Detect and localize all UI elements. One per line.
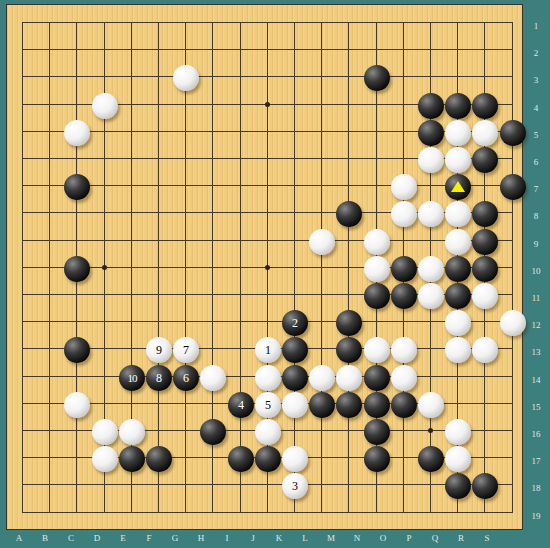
- stone-white-P11[interactable]: [418, 283, 444, 309]
- stone-black-O10[interactable]: [391, 256, 417, 282]
- go-diagram-page: 29711086453ABCDEFGHIJKLMNOPQRS1234567891…: [0, 0, 550, 548]
- stone-black-N11[interactable]: [364, 283, 390, 309]
- stone-black-L15[interactable]: [309, 392, 335, 418]
- col-label-S: S: [479, 533, 495, 543]
- stone-white-K18[interactable]: 3: [282, 473, 308, 499]
- move-number: 3: [292, 480, 298, 492]
- stone-white-H14[interactable]: [200, 365, 226, 391]
- col-label-I: I: [219, 533, 235, 543]
- col-label-K: K: [271, 533, 287, 543]
- col-label-Q: Q: [427, 533, 443, 543]
- stone-white-R11[interactable]: [472, 283, 498, 309]
- row-label-10: 10: [525, 266, 547, 276]
- star-point: [265, 102, 270, 107]
- stone-black-Q4[interactable]: [445, 93, 471, 119]
- stone-black-R6[interactable]: [472, 147, 498, 173]
- stone-white-D4[interactable]: [92, 93, 118, 119]
- stone-white-C5[interactable]: [64, 120, 90, 146]
- stone-black-I17[interactable]: [228, 446, 254, 472]
- stone-black-K13[interactable]: [282, 337, 308, 363]
- stone-black-H16[interactable]: [200, 419, 226, 445]
- stone-black-N16[interactable]: [364, 419, 390, 445]
- grid-line-v: [321, 22, 322, 513]
- row-label-11: 11: [525, 293, 547, 303]
- row-label-18: 18: [525, 483, 547, 493]
- col-label-G: G: [167, 533, 183, 543]
- stone-white-Q5[interactable]: [445, 120, 471, 146]
- col-label-C: C: [63, 533, 79, 543]
- stone-black-N17[interactable]: [364, 446, 390, 472]
- stone-white-Q6[interactable]: [445, 147, 471, 173]
- move-number: 7: [183, 344, 189, 356]
- stone-white-Q9[interactable]: [445, 229, 471, 255]
- grid-line-h: [22, 512, 513, 513]
- move-number: 1: [265, 344, 271, 356]
- stone-white-O7[interactable]: [391, 174, 417, 200]
- col-label-H: H: [193, 533, 209, 543]
- grid-line-v: [348, 22, 349, 513]
- row-label-19: 19: [525, 511, 547, 521]
- stone-white-Q16[interactable]: [445, 419, 471, 445]
- stone-black-R9[interactable]: [472, 229, 498, 255]
- row-label-15: 15: [525, 402, 547, 412]
- stone-white-Q12[interactable]: [445, 310, 471, 336]
- stone-white-J16[interactable]: [255, 419, 281, 445]
- stone-black-Q11[interactable]: [445, 283, 471, 309]
- stone-black-Q10[interactable]: [445, 256, 471, 282]
- col-label-O: O: [375, 533, 391, 543]
- stone-white-M14[interactable]: [336, 365, 362, 391]
- move-number: 9: [156, 344, 162, 356]
- move-number: 5: [265, 399, 271, 411]
- grid-line-v: [294, 22, 295, 513]
- row-label-5: 5: [525, 130, 547, 140]
- stone-black-F14[interactable]: 8: [146, 365, 172, 391]
- row-label-1: 1: [525, 21, 547, 31]
- row-label-7: 7: [525, 184, 547, 194]
- col-label-F: F: [141, 533, 157, 543]
- stone-black-R8[interactable]: [472, 201, 498, 227]
- star-point: [102, 265, 107, 270]
- triangle-marker-icon: [451, 181, 465, 192]
- stone-white-S12[interactable]: [500, 310, 526, 336]
- row-label-12: 12: [525, 320, 547, 330]
- stone-black-G14[interactable]: 6: [173, 365, 199, 391]
- stone-black-E14[interactable]: 10: [119, 365, 145, 391]
- stone-white-D17[interactable]: [92, 446, 118, 472]
- stone-white-G3[interactable]: [173, 65, 199, 91]
- stone-white-N10[interactable]: [364, 256, 390, 282]
- move-number: 8: [156, 372, 162, 384]
- stone-black-C13[interactable]: [64, 337, 90, 363]
- col-label-L: L: [297, 533, 313, 543]
- stone-white-G13[interactable]: 7: [173, 337, 199, 363]
- stone-white-P10[interactable]: [418, 256, 444, 282]
- stone-white-J15[interactable]: 5: [255, 392, 281, 418]
- stone-white-O13[interactable]: [391, 337, 417, 363]
- col-label-E: E: [115, 533, 131, 543]
- stone-white-D16[interactable]: [92, 419, 118, 445]
- stone-black-N15[interactable]: [364, 392, 390, 418]
- col-label-A: A: [11, 533, 27, 543]
- stone-black-O15[interactable]: [391, 392, 417, 418]
- stone-black-Q7[interactable]: [445, 174, 471, 200]
- stone-black-S5[interactable]: [500, 120, 526, 146]
- stone-black-J17[interactable]: [255, 446, 281, 472]
- move-number: 2: [292, 317, 298, 329]
- stone-white-R13[interactable]: [472, 337, 498, 363]
- stone-black-S7[interactable]: [500, 174, 526, 200]
- col-label-N: N: [349, 533, 365, 543]
- grid-line-v: [512, 22, 513, 513]
- stone-black-M12[interactable]: [336, 310, 362, 336]
- stone-black-E17[interactable]: [119, 446, 145, 472]
- stone-black-K12[interactable]: 2: [282, 310, 308, 336]
- row-label-8: 8: [525, 211, 547, 221]
- col-label-M: M: [323, 533, 339, 543]
- stone-white-L9[interactable]: [309, 229, 335, 255]
- row-label-17: 17: [525, 456, 547, 466]
- stone-black-O11[interactable]: [391, 283, 417, 309]
- stone-white-R5[interactable]: [472, 120, 498, 146]
- stone-black-P4[interactable]: [418, 93, 444, 119]
- move-number: 6: [183, 372, 189, 384]
- stone-white-L14[interactable]: [309, 365, 335, 391]
- row-label-6: 6: [525, 157, 547, 167]
- stone-black-Q18[interactable]: [445, 473, 471, 499]
- stone-black-N3[interactable]: [364, 65, 390, 91]
- stone-white-P15[interactable]: [418, 392, 444, 418]
- col-label-R: R: [453, 533, 469, 543]
- stone-white-K15[interactable]: [282, 392, 308, 418]
- stone-black-F17[interactable]: [146, 446, 172, 472]
- stone-white-K17[interactable]: [282, 446, 308, 472]
- col-label-P: P: [401, 533, 417, 543]
- row-label-13: 13: [525, 347, 547, 357]
- stone-black-R18[interactable]: [472, 473, 498, 499]
- stone-white-Q13[interactable]: [445, 337, 471, 363]
- stone-white-Q8[interactable]: [445, 201, 471, 227]
- stone-white-N13[interactable]: [364, 337, 390, 363]
- star-point: [265, 265, 270, 270]
- move-number: 10: [128, 373, 137, 384]
- row-label-2: 2: [525, 48, 547, 58]
- row-label-14: 14: [525, 375, 547, 385]
- stone-black-P5[interactable]: [418, 120, 444, 146]
- row-label-3: 3: [525, 75, 547, 85]
- stone-white-J13[interactable]: 1: [255, 337, 281, 363]
- stone-white-E16[interactable]: [119, 419, 145, 445]
- stone-white-O14[interactable]: [391, 365, 417, 391]
- stone-white-P6[interactable]: [418, 147, 444, 173]
- stone-black-N14[interactable]: [364, 365, 390, 391]
- star-point: [428, 428, 433, 433]
- stone-black-M8[interactable]: [336, 201, 362, 227]
- stone-black-I15[interactable]: 4: [228, 392, 254, 418]
- move-number: 4: [238, 399, 244, 411]
- stone-white-C15[interactable]: [64, 392, 90, 418]
- stone-white-J14[interactable]: [255, 365, 281, 391]
- row-label-4: 4: [525, 103, 547, 113]
- col-label-J: J: [245, 533, 261, 543]
- stone-black-M15[interactable]: [336, 392, 362, 418]
- grid-line-h: [22, 321, 513, 322]
- stone-black-C7[interactable]: [64, 174, 90, 200]
- stone-black-R10[interactable]: [472, 256, 498, 282]
- stone-black-C10[interactable]: [64, 256, 90, 282]
- stone-black-K14[interactable]: [282, 365, 308, 391]
- stone-black-P17[interactable]: [418, 446, 444, 472]
- stone-white-Q17[interactable]: [445, 446, 471, 472]
- row-label-16: 16: [525, 429, 547, 439]
- stone-white-O8[interactable]: [391, 201, 417, 227]
- stone-black-R4[interactable]: [472, 93, 498, 119]
- stone-white-N9[interactable]: [364, 229, 390, 255]
- col-label-B: B: [37, 533, 53, 543]
- grid-line-h: [22, 484, 513, 485]
- row-label-9: 9: [525, 239, 547, 249]
- col-label-D: D: [89, 533, 105, 543]
- stone-white-P8[interactable]: [418, 201, 444, 227]
- stone-black-M13[interactable]: [336, 337, 362, 363]
- stone-white-F13[interactable]: 9: [146, 337, 172, 363]
